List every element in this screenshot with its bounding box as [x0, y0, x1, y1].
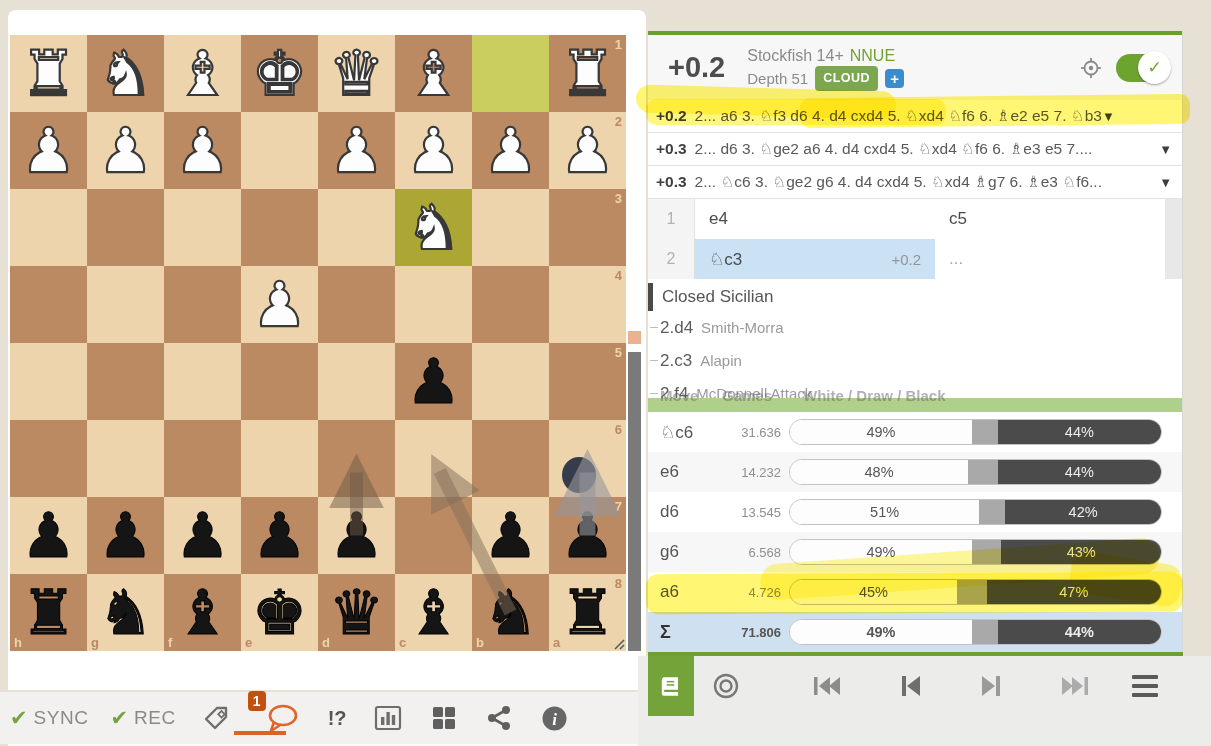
black-p-c5[interactable]: ♟ — [395, 343, 472, 420]
explorer-games: 31.636 — [703, 425, 781, 440]
variation-move: 2.d4 — [660, 318, 693, 338]
square-h5[interactable] — [10, 343, 87, 420]
rank-label-4: 4 — [615, 268, 622, 283]
explorer-row-d6[interactable]: d613.54551%42% — [648, 492, 1182, 532]
explorer-move: g6 — [648, 542, 703, 562]
chess-analysis-page: ♜♞♝♚♛♝♜1♟♟♟♟♟♟♟2♞3♟4♟56♟♟♟♟♟♟♟7♜h♞g♝f♚e♛… — [0, 0, 1211, 746]
rec-toggle[interactable]: ✔ REC — [110, 706, 175, 730]
chart-button[interactable] — [373, 704, 403, 732]
white-percent: 51% — [790, 500, 979, 524]
sync-toggle[interactable]: ✔ SYNC — [10, 706, 88, 730]
previous-move-button[interactable] — [900, 673, 922, 699]
rank-label-3: 3 — [615, 191, 622, 206]
draw-percent — [972, 420, 998, 444]
move-eval: +0.2 — [891, 251, 921, 268]
explorer-row-Σ[interactable]: Σ71.80649%44% — [648, 612, 1182, 652]
file-label-d: d — [322, 635, 330, 650]
engine-depth: Depth 51 — [747, 68, 808, 89]
opening-title-bar — [648, 283, 653, 311]
pv-expand-button[interactable]: ▼ — [1159, 142, 1172, 157]
black-percent: 43% — [1001, 540, 1161, 564]
comments-button[interactable]: 1 — [262, 703, 302, 733]
header-games: Games — [722, 387, 772, 404]
file-label-g: g — [91, 635, 99, 650]
square-g8[interactable]: ♞g — [87, 574, 164, 651]
interrobang-label: !? — [328, 707, 347, 730]
white-p-f2[interactable]: ♟ — [164, 112, 241, 189]
black-percent: 44% — [998, 620, 1161, 644]
square-h2[interactable]: ♟ — [10, 112, 87, 189]
white-percent: 45% — [790, 580, 957, 604]
square-g5[interactable] — [87, 343, 164, 420]
variation-name: Alapin — [700, 352, 742, 369]
white-q-d1[interactable]: ♛ — [318, 35, 395, 112]
draw-percent — [972, 540, 1002, 564]
cloud-badge: CLOUD — [815, 66, 878, 91]
square-h3[interactable] — [10, 189, 87, 266]
square-f8[interactable]: ♝f — [164, 574, 241, 651]
file-label-c: c — [399, 635, 406, 650]
pv-line-1[interactable]: +0.22... a6 3. ♘f3 d6 4. d4 cxd4 5. ♘xd4… — [648, 100, 1182, 133]
win-rate-bar: 45%47% — [789, 579, 1162, 605]
square-e2[interactable] — [241, 112, 318, 189]
next-move-button[interactable] — [980, 673, 1002, 699]
black-percent: 44% — [998, 420, 1161, 444]
explorer-move: Σ — [648, 622, 703, 643]
white-move-♘c3[interactable]: ♘c3+0.2 — [695, 239, 935, 279]
square-g7[interactable]: ♟ — [87, 497, 164, 574]
pv-moves: 2... a6 3. ♘f3 d6 4. d4 cxd4 5. ♘xd4 ♘f6… — [695, 107, 1102, 125]
black-p-d7[interactable]: ♟ — [318, 497, 395, 574]
square-h4[interactable] — [10, 266, 87, 343]
win-rate-bar: 49%44% — [789, 419, 1162, 445]
win-rate-bar: 49%44% — [789, 619, 1162, 645]
square-c2[interactable]: ♟ — [395, 112, 472, 189]
engine-eval-box: +0.2 Stockfish 14+NNUE Depth 51 CLOUD + — [648, 35, 1182, 100]
white-p-d2[interactable]: ♟ — [318, 112, 395, 189]
square-a7[interactable]: ♟7 — [549, 497, 626, 574]
square-c5[interactable]: ♟ — [395, 343, 472, 420]
annotate-button[interactable]: !? — [328, 707, 347, 730]
white-b-f1[interactable]: ♝ — [164, 35, 241, 112]
eval-gauge-marker — [628, 331, 641, 344]
tree-tick — [650, 360, 658, 361]
black-percent: 44% — [998, 460, 1161, 484]
black-b-c8[interactable]: ♝ — [395, 574, 472, 651]
book-icon — [658, 673, 684, 699]
concentric-circles-icon — [712, 672, 740, 700]
black-move-...[interactable]: ... — [935, 239, 1166, 279]
rank-label-5: 5 — [615, 345, 622, 360]
square-f6[interactable] — [164, 420, 241, 497]
square-e3[interactable] — [241, 189, 318, 266]
file-label-b: b — [476, 635, 484, 650]
square-g1[interactable]: ♞ — [87, 35, 164, 112]
black-p-g7[interactable]: ♟ — [87, 497, 164, 574]
square-h6[interactable] — [10, 420, 87, 497]
black-p-e7[interactable]: ♟ — [241, 497, 318, 574]
chess-board[interactable]: ♜♞♝♚♛♝♜1♟♟♟♟♟♟♟2♞3♟4♟56♟♟♟♟♟♟♟7♜h♞g♝f♚e♛… — [10, 35, 626, 651]
sync-check-icon: ✔ — [10, 706, 28, 730]
white-percent: 49% — [790, 540, 972, 564]
white-percent: 49% — [790, 420, 972, 444]
square-a1[interactable]: ♜1 — [549, 35, 626, 112]
square-g3[interactable] — [87, 189, 164, 266]
square-a5[interactable]: 5 — [549, 343, 626, 420]
info-icon: i — [541, 705, 568, 732]
win-rate-bar: 48%44% — [789, 459, 1162, 485]
square-b6[interactable] — [472, 420, 549, 497]
rank-label-2: 2 — [615, 114, 622, 129]
square-b2[interactable]: ♟ — [472, 112, 549, 189]
explorer-table-header: Move Games White / Draw / Black — [648, 387, 1182, 405]
explorer-row-a6[interactable]: a64.72645%47% — [648, 572, 1182, 612]
explorer-row-♘c6[interactable]: ♘c631.63649%44% — [648, 412, 1182, 452]
square-h8[interactable]: ♜h — [10, 574, 87, 651]
tree-tick — [650, 327, 658, 328]
square-d7[interactable]: ♟ — [318, 497, 395, 574]
square-b3[interactable] — [472, 189, 549, 266]
square-a3[interactable]: 3 — [549, 189, 626, 266]
explorer-row-e6[interactable]: e614.23248%44% — [648, 452, 1182, 492]
explorer-tab-indicator — [648, 652, 1183, 656]
move-number: 2 — [648, 239, 695, 279]
square-e5[interactable] — [241, 343, 318, 420]
explorer-move: e6 — [648, 462, 703, 482]
engine-nnue-label: NNUE — [850, 47, 895, 64]
pv-expand-button[interactable]: ▼ — [1159, 175, 1172, 190]
explorer-games: 14.232 — [703, 465, 781, 480]
tags-button[interactable] — [202, 703, 232, 733]
square-g2[interactable]: ♟ — [87, 112, 164, 189]
move-list: 1e4c52♘c3+0.2... — [648, 199, 1182, 279]
comments-count-badge: 1 — [248, 691, 266, 711]
square-f2[interactable]: ♟ — [164, 112, 241, 189]
square-c3[interactable]: ♞ — [395, 189, 472, 266]
white-p-g2[interactable]: ♟ — [87, 112, 164, 189]
bar-chart-icon — [373, 704, 403, 732]
square-c1[interactable]: ♝ — [395, 35, 472, 112]
square-c4[interactable] — [395, 266, 472, 343]
add-engine-line-button[interactable]: + — [885, 69, 904, 88]
focus-mode-button[interactable] — [712, 672, 740, 700]
square-e7[interactable]: ♟ — [241, 497, 318, 574]
square-e1[interactable]: ♚ — [241, 35, 318, 112]
rec-check-icon: ✔ — [110, 706, 128, 730]
white-k-e1[interactable]: ♚ — [241, 35, 318, 112]
explorer-games: 13.545 — [703, 505, 781, 520]
board-resize-handle[interactable] — [612, 637, 625, 650]
explorer-row-g6[interactable]: g66.56849%43% — [648, 532, 1182, 572]
opening-variation-2.d4[interactable]: 2.d4Smith-Morra — [648, 311, 1182, 344]
square-d8[interactable]: ♛d — [318, 574, 395, 651]
white-b-c1[interactable]: ♝ — [395, 35, 472, 112]
white-p-c2[interactable]: ♟ — [395, 112, 472, 189]
rec-label: REC — [134, 707, 176, 729]
win-rate-bar: 51%42% — [789, 499, 1162, 525]
explorer-games: 4.726 — [703, 585, 781, 600]
square-d2[interactable]: ♟ — [318, 112, 395, 189]
black-p-b7[interactable]: ♟ — [472, 497, 549, 574]
square-d4[interactable] — [318, 266, 395, 343]
white-p-e4[interactable]: ♟ — [241, 266, 318, 343]
rank-label-8: 8 — [615, 576, 622, 591]
engine-toggle-knob: ✓ — [1138, 51, 1171, 84]
engine-toggle[interactable]: ✓ — [1116, 54, 1168, 82]
grid-icon — [431, 705, 457, 731]
black-move-c5[interactable]: c5 — [935, 199, 1166, 239]
square-f3[interactable] — [164, 189, 241, 266]
variation-name: Smith-Morra — [701, 319, 784, 336]
move-list-scrollbar[interactable] — [1165, 199, 1182, 279]
move-number: 1 — [648, 199, 695, 239]
share-icon — [485, 704, 513, 732]
blue-dot-annotation — [562, 457, 596, 493]
white-p-h2[interactable]: ♟ — [10, 112, 87, 189]
explorer-games: 71.806 — [703, 625, 781, 640]
black-percent: 47% — [987, 580, 1161, 604]
square-d3[interactable] — [318, 189, 395, 266]
white-percent: 48% — [790, 460, 968, 484]
practice-target-icon[interactable] — [1080, 57, 1102, 79]
square-c6[interactable] — [395, 420, 472, 497]
header-move: Move — [660, 387, 698, 404]
pv-line-3[interactable]: +0.32... ♘c6 3. ♘ge2 g6 4. d4 cxd4 5. ♘x… — [648, 166, 1182, 199]
engine-name: Stockfish 14+ — [747, 47, 844, 64]
black-p-h7[interactable]: ♟ — [10, 497, 87, 574]
first-move-button[interactable] — [812, 673, 842, 699]
square-b1[interactable] — [472, 35, 549, 112]
pv-moves: 2... ♘c6 3. ♘ge2 g6 4. d4 cxd4 5. ♘xd4 ♗… — [695, 173, 1102, 191]
info-button[interactable]: i — [541, 705, 568, 732]
opening-name: Closed Sicilian — [662, 287, 774, 307]
square-f7[interactable]: ♟ — [164, 497, 241, 574]
active-tab-underline — [234, 731, 286, 735]
black-k-e8[interactable]: ♚ — [241, 574, 318, 651]
eval-gauge-black-section — [628, 352, 641, 651]
last-move-button[interactable] — [1060, 673, 1090, 699]
tag-icon — [202, 703, 232, 733]
square-b4[interactable] — [472, 266, 549, 343]
win-rate-bar: 49%43% — [789, 539, 1162, 565]
header-white-draw-black: White / Draw / Black — [803, 387, 946, 404]
square-h7[interactable]: ♟ — [10, 497, 87, 574]
square-b7[interactable]: ♟ — [472, 497, 549, 574]
speech-bubble-icon — [262, 703, 302, 733]
boards-grid-button[interactable] — [431, 705, 457, 731]
white-percent: 49% — [790, 620, 972, 644]
explorer-games: 6.568 — [703, 545, 781, 560]
draw-percent — [972, 620, 998, 644]
square-g4[interactable] — [87, 266, 164, 343]
rank-label-1: 1 — [615, 37, 622, 52]
square-f1[interactable]: ♝ — [164, 35, 241, 112]
pv-eval: +0.3 — [656, 173, 687, 191]
square-a4[interactable]: 4 — [549, 266, 626, 343]
file-label-h: h — [14, 635, 22, 650]
explorer-move: a6 — [648, 582, 703, 602]
pv-lines: +0.22... a6 3. ♘f3 d6 4. d4 cxd4 5. ♘xd4… — [648, 100, 1182, 199]
svg-text:i: i — [552, 709, 557, 728]
pv-moves: 2... d6 3. ♘ge2 a6 4. d4 cxd4 5. ♘xd4 ♘f… — [695, 140, 1093, 158]
square-d6[interactable] — [318, 420, 395, 497]
draw-percent — [957, 580, 987, 604]
move-row-2: 2♘c3+0.2... — [648, 239, 1182, 279]
pv-line-2[interactable]: +0.32... d6 3. ♘ge2 a6 4. d4 cxd4 5. ♘xd… — [648, 133, 1182, 166]
opening-title-row: Closed Sicilian — [648, 283, 1182, 311]
rank-label-6: 6 — [615, 422, 622, 437]
rank-label-7: 7 — [615, 499, 622, 514]
black-b-f8[interactable]: ♝ — [164, 574, 241, 651]
sync-label: SYNC — [34, 707, 89, 729]
square-a2[interactable]: ♟2 — [549, 112, 626, 189]
file-label-e: e — [245, 635, 252, 650]
variation-move: 2.c3 — [660, 351, 692, 371]
opening-book-button[interactable] — [648, 656, 694, 716]
move-row-1: 1e4c5 — [648, 199, 1182, 239]
file-label-a: a — [553, 635, 560, 650]
square-b8[interactable]: ♞b — [472, 574, 549, 651]
square-e4[interactable]: ♟ — [241, 266, 318, 343]
file-label-f: f — [168, 635, 172, 650]
eval-score: +0.2 — [668, 51, 725, 84]
engine-meta: Stockfish 14+NNUE Depth 51 CLOUD + — [747, 45, 904, 91]
square-e6[interactable] — [241, 420, 318, 497]
share-button[interactable] — [485, 704, 513, 732]
explorer-move: ♘c6 — [648, 422, 703, 443]
white-r-h1[interactable]: ♜ — [10, 35, 87, 112]
square-f4[interactable] — [164, 266, 241, 343]
square-d5[interactable] — [318, 343, 395, 420]
square-e8[interactable]: ♚e — [241, 574, 318, 651]
navigation-toolbar — [648, 656, 1183, 716]
white-p-b2[interactable]: ♟ — [472, 112, 549, 189]
square-f5[interactable] — [164, 343, 241, 420]
white-n-g1[interactable]: ♞ — [87, 35, 164, 112]
white-move-e4[interactable]: e4 — [695, 199, 935, 239]
pv-eval: +0.3 — [656, 140, 687, 158]
square-g6[interactable] — [87, 420, 164, 497]
explorer-table: ♘c631.63649%44%e614.23248%44%d613.54551%… — [648, 412, 1182, 652]
black-p-f7[interactable]: ♟ — [164, 497, 241, 574]
opening-variation-2.c3[interactable]: 2.c3Alapin — [648, 344, 1182, 377]
explorer-move: d6 — [648, 502, 703, 522]
square-d1[interactable]: ♛ — [318, 35, 395, 112]
square-c7[interactable] — [395, 497, 472, 574]
square-h1[interactable]: ♜ — [10, 35, 87, 112]
draw-percent — [968, 460, 998, 484]
square-c8[interactable]: ♝c — [395, 574, 472, 651]
draw-percent — [979, 500, 1005, 524]
left-toolbar: ✔ SYNC ✔ REC 1 !? — [0, 692, 638, 744]
black-percent: 42% — [1005, 500, 1161, 524]
white-n-c3[interactable]: ♞ — [395, 189, 472, 266]
menu-button[interactable] — [1132, 675, 1158, 697]
pv-eval: +0.2 — [656, 107, 687, 125]
square-b5[interactable] — [472, 343, 549, 420]
move-navigation — [812, 673, 1090, 699]
eval-gauge — [628, 35, 641, 651]
pv-expand-button[interactable]: ▼ — [1102, 109, 1115, 124]
analysis-panel: +0.2 Stockfish 14+NNUE Depth 51 CLOUD + — [648, 31, 1183, 656]
